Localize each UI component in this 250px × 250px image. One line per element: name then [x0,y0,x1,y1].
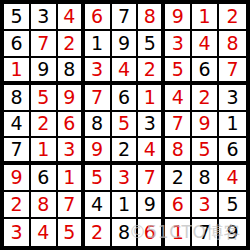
cell-r8c6[interactable]: 9 [138,192,165,219]
cell-r9c5[interactable]: 8 [112,219,139,246]
cell-r5c1[interactable]: 4 [4,112,31,139]
cell-r7c9[interactable]: 4 [219,165,246,192]
cell-r2c4[interactable]: 1 [85,31,112,58]
cell-r1c7[interactable]: 9 [165,4,192,31]
cell-r4c1[interactable]: 8 [4,85,31,112]
cell-r3c9[interactable]: 7 [219,58,246,85]
cell-r5c4[interactable]: 8 [85,112,112,139]
cell-r6c3[interactable]: 3 [58,138,85,165]
cell-r6c5[interactable]: 2 [112,138,139,165]
cell-r3c7[interactable]: 5 [165,58,192,85]
cell-r8c9[interactable]: 5 [219,192,246,219]
cell-r5c7[interactable]: 7 [165,112,192,139]
cell-r4c3[interactable]: 9 [58,85,85,112]
cell-r2c7[interactable]: 3 [165,31,192,58]
cell-r2c6[interactable]: 5 [138,31,165,58]
cell-r4c8[interactable]: 2 [192,85,219,112]
cell-r2c8[interactable]: 4 [192,31,219,58]
cell-r9c4[interactable]: 2 [85,219,112,246]
cell-r4c9[interactable]: 3 [219,85,246,112]
sudoku-board: 5346789126721953481983425678597614234268… [0,0,250,250]
cell-r2c1[interactable]: 6 [4,31,31,58]
cell-r6c2[interactable]: 1 [31,138,58,165]
cell-r7c3[interactable]: 1 [58,165,85,192]
cell-r1c6[interactable]: 8 [138,4,165,31]
cell-r9c1[interactable]: 3 [4,219,31,246]
cell-r5c6[interactable]: 3 [138,112,165,139]
cell-r8c1[interactable]: 2 [4,192,31,219]
cell-r1c9[interactable]: 2 [219,4,246,31]
cell-r3c6[interactable]: 2 [138,58,165,85]
cell-r4c7[interactable]: 4 [165,85,192,112]
cell-r7c4[interactable]: 5 [85,165,112,192]
cell-r2c5[interactable]: 9 [112,31,139,58]
cell-r7c5[interactable]: 3 [112,165,139,192]
cell-r6c6[interactable]: 4 [138,138,165,165]
cell-r7c1[interactable]: 9 [4,165,31,192]
cell-r9c3[interactable]: 5 [58,219,85,246]
cell-r1c2[interactable]: 3 [31,4,58,31]
cell-r9c8[interactable]: 7 [192,219,219,246]
cell-r2c3[interactable]: 2 [58,31,85,58]
cell-r8c4[interactable]: 4 [85,192,112,219]
cell-r5c3[interactable]: 6 [58,112,85,139]
cell-r8c8[interactable]: 3 [192,192,219,219]
cell-r1c3[interactable]: 4 [58,4,85,31]
cell-r1c4[interactable]: 6 [85,4,112,31]
cell-r4c4[interactable]: 7 [85,85,112,112]
cell-r9c2[interactable]: 4 [31,219,58,246]
cell-r3c5[interactable]: 4 [112,58,139,85]
cell-r7c6[interactable]: 7 [138,165,165,192]
cell-r8c3[interactable]: 7 [58,192,85,219]
cell-r5c2[interactable]: 2 [31,112,58,139]
cell-r7c2[interactable]: 6 [31,165,58,192]
cell-r3c3[interactable]: 8 [58,58,85,85]
cell-r2c9[interactable]: 8 [219,31,246,58]
cell-r6c8[interactable]: 5 [192,138,219,165]
cell-r5c9[interactable]: 1 [219,112,246,139]
cell-r6c9[interactable]: 6 [219,138,246,165]
cell-r3c1[interactable]: 1 [4,58,31,85]
cell-r3c8[interactable]: 6 [192,58,219,85]
cell-r5c5[interactable]: 5 [112,112,139,139]
cell-r8c2[interactable]: 8 [31,192,58,219]
cell-r1c8[interactable]: 1 [192,4,219,31]
cell-r9c6[interactable]: 6 [138,219,165,246]
cell-r4c6[interactable]: 1 [138,85,165,112]
cell-r3c4[interactable]: 3 [85,58,112,85]
cell-r7c8[interactable]: 8 [192,165,219,192]
cell-r4c2[interactable]: 5 [31,85,58,112]
cell-r4c5[interactable]: 6 [112,85,139,112]
cell-r1c1[interactable]: 5 [4,4,31,31]
cell-r7c7[interactable]: 2 [165,165,192,192]
cell-r9c9[interactable]: 9 [219,219,246,246]
cell-r6c1[interactable]: 7 [4,138,31,165]
cell-r3c2[interactable]: 9 [31,58,58,85]
cell-r8c5[interactable]: 1 [112,192,139,219]
cell-r2c2[interactable]: 7 [31,31,58,58]
cell-r1c5[interactable]: 7 [112,4,139,31]
cell-r5c8[interactable]: 9 [192,112,219,139]
cell-r9c7[interactable]: 1 [165,219,192,246]
cell-r6c7[interactable]: 8 [165,138,192,165]
cell-r6c4[interactable]: 9 [85,138,112,165]
cell-r8c7[interactable]: 6 [165,192,192,219]
